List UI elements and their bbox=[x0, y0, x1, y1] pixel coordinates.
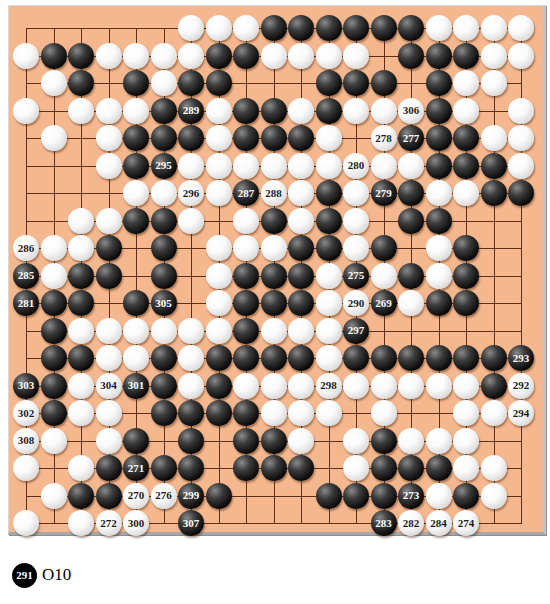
white-stone-r4-c11 bbox=[316, 125, 342, 151]
black-stone-r12-c5 bbox=[151, 345, 177, 371]
white-stone-r10-c7 bbox=[206, 290, 232, 316]
white-stone-r4-c13: 278 bbox=[371, 125, 397, 151]
black-stone-r0-c12 bbox=[343, 15, 369, 41]
white-stone-r1-c0 bbox=[13, 43, 39, 69]
white-stone-r5-c12: 280 bbox=[343, 153, 369, 179]
black-stone-r4-c9 bbox=[261, 125, 287, 151]
white-stone-r14-c13 bbox=[371, 400, 397, 426]
black-stone-r6-c11 bbox=[316, 180, 342, 206]
white-stone-r11-c2 bbox=[68, 318, 94, 344]
white-stone-r16-c0 bbox=[13, 455, 39, 481]
black-stone-r16-c10 bbox=[288, 455, 314, 481]
white-stone-r5-c7 bbox=[206, 153, 232, 179]
white-stone-r14-c11 bbox=[316, 400, 342, 426]
white-stone-r11-c6 bbox=[178, 318, 204, 344]
black-stone-r13-c4: 301 bbox=[123, 373, 149, 399]
black-stone-r17-c3 bbox=[96, 483, 122, 509]
black-stone-r8-c11 bbox=[316, 235, 342, 261]
white-stone-r3-c7 bbox=[206, 98, 232, 124]
move-number-label: 274 bbox=[458, 518, 475, 529]
white-stone-r5-c8 bbox=[233, 153, 259, 179]
move-number-label: 286 bbox=[18, 243, 35, 254]
move-number-label: 276 bbox=[155, 490, 172, 501]
black-stone-r13-c0: 303 bbox=[13, 373, 39, 399]
white-stone-r16-c12 bbox=[343, 455, 369, 481]
black-stone-r6-c18 bbox=[508, 180, 534, 206]
black-stone-r8-c10 bbox=[288, 235, 314, 261]
move-number-label: 281 bbox=[18, 298, 35, 309]
white-stone-r8-c8 bbox=[233, 235, 259, 261]
white-stone-r5-c10 bbox=[288, 153, 314, 179]
white-stone-r6-c4 bbox=[123, 180, 149, 206]
black-stone-r9-c9 bbox=[261, 263, 287, 289]
white-stone-r11-c7 bbox=[206, 318, 232, 344]
move-number-label: 295 bbox=[155, 160, 172, 171]
white-stone-r1-c12 bbox=[343, 43, 369, 69]
white-stone-r5-c9 bbox=[261, 153, 287, 179]
black-stone-r18-c13: 283 bbox=[371, 510, 397, 536]
black-stone-r4-c10 bbox=[288, 125, 314, 151]
black-stone-r10-c9 bbox=[261, 290, 287, 316]
black-stone-r9-c16 bbox=[453, 263, 479, 289]
white-stone-r8-c9 bbox=[261, 235, 287, 261]
white-stone-r0-c16 bbox=[453, 15, 479, 41]
white-stone-r8-c12 bbox=[343, 235, 369, 261]
move-number-label: 305 bbox=[155, 298, 172, 309]
white-stone-r15-c15 bbox=[426, 428, 452, 454]
white-stone-r4-c1 bbox=[41, 125, 67, 151]
white-stone-r8-c15 bbox=[426, 235, 452, 261]
black-stone-r12-c10 bbox=[288, 345, 314, 371]
white-stone-r17-c4: 270 bbox=[123, 483, 149, 509]
black-stone-r2-c6 bbox=[178, 70, 204, 96]
white-stone-r8-c7 bbox=[206, 235, 232, 261]
black-stone-r15-c9 bbox=[261, 428, 287, 454]
black-stone-r17-c13 bbox=[371, 483, 397, 509]
black-stone-r3-c15 bbox=[426, 98, 452, 124]
black-stone-r3-c11 bbox=[316, 98, 342, 124]
white-stone-r5-c3 bbox=[96, 153, 122, 179]
white-stone-r18-c15: 284 bbox=[426, 510, 452, 536]
white-stone-r13-c14 bbox=[398, 373, 424, 399]
white-stone-r0-c15 bbox=[426, 15, 452, 41]
move-number-label: 306 bbox=[403, 105, 420, 116]
white-stone-r2-c17 bbox=[481, 70, 507, 96]
white-stone-r2-c5 bbox=[151, 70, 177, 96]
black-stone-r10-c15 bbox=[426, 290, 452, 316]
move-number-label: 273 bbox=[403, 490, 420, 501]
move-number-label: 288 bbox=[265, 188, 282, 199]
black-stone-r3-c5 bbox=[151, 98, 177, 124]
move-number-label: 284 bbox=[430, 518, 447, 529]
black-stone-r10-c16 bbox=[453, 290, 479, 316]
white-stone-r13-c3: 304 bbox=[96, 373, 122, 399]
black-stone-r12-c17 bbox=[481, 345, 507, 371]
white-stone-r14-c3 bbox=[96, 400, 122, 426]
black-stone-r2-c11 bbox=[316, 70, 342, 96]
black-stone-r16-c13 bbox=[371, 455, 397, 481]
black-stone-r13-c1 bbox=[41, 373, 67, 399]
move-number-label: 304 bbox=[100, 380, 117, 391]
white-stone-r18-c14: 282 bbox=[398, 510, 424, 536]
caption: 291 O10 bbox=[12, 561, 71, 589]
black-stone-r7-c4 bbox=[123, 208, 149, 234]
white-stone-r0-c7 bbox=[206, 15, 232, 41]
white-stone-r13-c12 bbox=[343, 373, 369, 399]
white-stone-r0-c8 bbox=[233, 15, 259, 41]
white-stone-r18-c3: 272 bbox=[96, 510, 122, 536]
white-stone-r9-c1 bbox=[41, 263, 67, 289]
black-stone-r17-c7 bbox=[206, 483, 232, 509]
black-stone-r12-c15 bbox=[426, 345, 452, 371]
white-stone-r5-c14 bbox=[398, 153, 424, 179]
move-number-label: 297 bbox=[348, 325, 365, 336]
white-stone-r5-c18 bbox=[508, 153, 534, 179]
black-stone-r4-c5 bbox=[151, 125, 177, 151]
black-stone-r11-c1 bbox=[41, 318, 67, 344]
black-stone-r16-c8 bbox=[233, 455, 259, 481]
black-stone-r12-c13 bbox=[371, 345, 397, 371]
move-number-label: 282 bbox=[403, 518, 420, 529]
black-stone-r4-c6 bbox=[178, 125, 204, 151]
black-stone-r1-c8 bbox=[233, 43, 259, 69]
white-stone-r12-c6 bbox=[178, 345, 204, 371]
black-stone-r10-c13: 269 bbox=[371, 290, 397, 316]
black-stone-r9-c14 bbox=[398, 263, 424, 289]
black-stone-r9-c3 bbox=[96, 263, 122, 289]
white-stone-r17-c1 bbox=[41, 483, 67, 509]
black-stone-r5-c15 bbox=[426, 153, 452, 179]
white-stone-r14-c0: 302 bbox=[13, 400, 39, 426]
move-number-label: 292 bbox=[513, 380, 530, 391]
white-stone-r17-c5: 276 bbox=[151, 483, 177, 509]
white-stone-r16-c2 bbox=[68, 455, 94, 481]
black-stone-r11-c12: 297 bbox=[343, 318, 369, 344]
black-stone-r12-c16 bbox=[453, 345, 479, 371]
white-stone-r11-c3 bbox=[96, 318, 122, 344]
black-stone-r5-c17 bbox=[481, 153, 507, 179]
black-stone-r7-c11 bbox=[316, 208, 342, 234]
white-stone-r18-c4: 300 bbox=[123, 510, 149, 536]
black-stone-r17-c16 bbox=[453, 483, 479, 509]
white-stone-r8-c1 bbox=[41, 235, 67, 261]
black-stone-r16-c3 bbox=[96, 455, 122, 481]
white-stone-r6-c9: 288 bbox=[261, 180, 287, 206]
go-board: 2893062782772952802962872882792862852752… bbox=[8, 5, 546, 535]
black-stone-r13-c17 bbox=[481, 373, 507, 399]
black-stone-r12-c18: 293 bbox=[508, 345, 534, 371]
white-stone-r5-c11 bbox=[316, 153, 342, 179]
black-stone-r1-c7 bbox=[206, 43, 232, 69]
black-stone-r4-c8 bbox=[233, 125, 259, 151]
black-stone-r14-c6 bbox=[178, 400, 204, 426]
black-stone-r10-c5: 305 bbox=[151, 290, 177, 316]
white-stone-r13-c2 bbox=[68, 373, 94, 399]
move-number-label: 278 bbox=[375, 133, 392, 144]
white-stone-r13-c13 bbox=[371, 373, 397, 399]
move-number-label: 279 bbox=[375, 188, 392, 199]
white-stone-r5-c13 bbox=[371, 153, 397, 179]
black-stone-r9-c5 bbox=[151, 263, 177, 289]
black-stone-r4-c16 bbox=[453, 125, 479, 151]
white-stone-r2-c1 bbox=[41, 70, 67, 96]
caption-coordinate: O10 bbox=[42, 565, 71, 585]
white-stone-r8-c2 bbox=[68, 235, 94, 261]
black-stone-r16-c6 bbox=[178, 455, 204, 481]
caption-move-number: 291 bbox=[16, 569, 33, 581]
black-stone-r9-c8 bbox=[233, 263, 259, 289]
white-stone-r3-c13 bbox=[371, 98, 397, 124]
white-stone-r10-c11 bbox=[316, 290, 342, 316]
black-stone-r8-c5 bbox=[151, 235, 177, 261]
move-number-label: 285 bbox=[18, 270, 35, 281]
move-number-label: 272 bbox=[100, 518, 117, 529]
black-stone-r14-c8 bbox=[233, 400, 259, 426]
white-stone-r16-c16 bbox=[453, 455, 479, 481]
white-stone-r1-c11 bbox=[316, 43, 342, 69]
black-stone-r8-c16 bbox=[453, 235, 479, 261]
black-stone-r9-c2 bbox=[68, 263, 94, 289]
white-stone-r1-c18 bbox=[508, 43, 534, 69]
white-stone-r15-c12 bbox=[343, 428, 369, 454]
black-stone-r15-c13 bbox=[371, 428, 397, 454]
move-number-label: 308 bbox=[18, 435, 35, 446]
black-stone-r3-c6: 289 bbox=[178, 98, 204, 124]
black-stone-r12-c12 bbox=[343, 345, 369, 371]
white-stone-r0-c18 bbox=[508, 15, 534, 41]
move-number-label: 269 bbox=[375, 298, 392, 309]
white-stone-r12-c4 bbox=[123, 345, 149, 371]
black-stone-r2-c7 bbox=[206, 70, 232, 96]
white-stone-r7-c6 bbox=[178, 208, 204, 234]
white-stone-r4-c18 bbox=[508, 125, 534, 151]
black-stone-r11-c8 bbox=[233, 318, 259, 344]
white-stone-r11-c10 bbox=[288, 318, 314, 344]
black-stone-r15-c4 bbox=[123, 428, 149, 454]
move-number-label: 293 bbox=[513, 353, 530, 364]
black-stone-r16-c5 bbox=[151, 455, 177, 481]
white-stone-r10-c14 bbox=[398, 290, 424, 316]
white-stone-r1-c6 bbox=[178, 43, 204, 69]
white-stone-r0-c17 bbox=[481, 15, 507, 41]
black-stone-r12-c14 bbox=[398, 345, 424, 371]
black-stone-r12-c2 bbox=[68, 345, 94, 371]
white-stone-r1-c3 bbox=[96, 43, 122, 69]
white-stone-r7-c3 bbox=[96, 208, 122, 234]
black-stone-r0-c11 bbox=[316, 15, 342, 41]
black-stone-r17-c12 bbox=[343, 483, 369, 509]
black-stone-r1-c2 bbox=[68, 43, 94, 69]
black-stone-r7-c15 bbox=[426, 208, 452, 234]
move-number-label: 298 bbox=[320, 380, 337, 391]
white-stone-r7-c8 bbox=[233, 208, 259, 234]
white-stone-r1-c9 bbox=[261, 43, 287, 69]
black-stone-r14-c7 bbox=[206, 400, 232, 426]
white-stone-r6-c16 bbox=[453, 180, 479, 206]
black-stone-r6-c14 bbox=[398, 180, 424, 206]
white-stone-r13-c10 bbox=[288, 373, 314, 399]
black-stone-r8-c3 bbox=[96, 235, 122, 261]
move-number-label: 300 bbox=[128, 518, 145, 529]
white-stone-r6-c12 bbox=[343, 180, 369, 206]
move-number-label: 290 bbox=[348, 298, 365, 309]
black-stone-r4-c14: 277 bbox=[398, 125, 424, 151]
black-stone-r7-c14 bbox=[398, 208, 424, 234]
black-stone-r0-c9 bbox=[261, 15, 287, 41]
white-stone-r16-c17 bbox=[481, 455, 507, 481]
white-stone-r14-c17 bbox=[481, 400, 507, 426]
black-stone-r2-c15 bbox=[426, 70, 452, 96]
black-stone-r14-c1 bbox=[41, 400, 67, 426]
move-number-label: 275 bbox=[348, 270, 365, 281]
white-stone-r4-c3 bbox=[96, 125, 122, 151]
black-stone-r2-c13 bbox=[371, 70, 397, 96]
black-stone-r10-c2 bbox=[68, 290, 94, 316]
black-stone-r10-c4 bbox=[123, 290, 149, 316]
black-stone-r16-c14 bbox=[398, 455, 424, 481]
black-stone-r5-c16 bbox=[453, 153, 479, 179]
white-stone-r14-c16 bbox=[453, 400, 479, 426]
white-stone-r9-c7 bbox=[206, 263, 232, 289]
move-number-label: 294 bbox=[513, 408, 530, 419]
black-stone-r0-c10 bbox=[288, 15, 314, 41]
white-stone-r18-c0 bbox=[13, 510, 39, 536]
black-stone-r7-c9 bbox=[261, 208, 287, 234]
black-stone-r1-c1 bbox=[41, 43, 67, 69]
white-stone-r6-c5 bbox=[151, 180, 177, 206]
white-stone-r3-c2 bbox=[68, 98, 94, 124]
black-stone-r12-c1 bbox=[41, 345, 67, 371]
black-stone-r6-c17 bbox=[481, 180, 507, 206]
black-stone-r9-c12: 275 bbox=[343, 263, 369, 289]
white-stone-r0-c6 bbox=[178, 15, 204, 41]
move-number-label: 307 bbox=[183, 518, 200, 529]
white-stone-r13-c9 bbox=[261, 373, 287, 399]
white-stone-r9-c11 bbox=[316, 263, 342, 289]
white-stone-r4-c17 bbox=[481, 125, 507, 151]
white-stone-r18-c2 bbox=[68, 510, 94, 536]
black-stone-r5-c5: 295 bbox=[151, 153, 177, 179]
white-stone-r2-c16 bbox=[453, 70, 479, 96]
black-stone-r15-c8 bbox=[233, 428, 259, 454]
white-stone-r3-c12 bbox=[343, 98, 369, 124]
white-stone-r11-c5 bbox=[151, 318, 177, 344]
black-stone-r13-c5 bbox=[151, 373, 177, 399]
move-number-label: 302 bbox=[18, 408, 35, 419]
white-stone-r13-c8 bbox=[233, 373, 259, 399]
black-stone-r10-c8 bbox=[233, 290, 259, 316]
black-stone-r5-c4 bbox=[123, 153, 149, 179]
black-stone-r1-c15 bbox=[426, 43, 452, 69]
black-stone-r7-c5 bbox=[151, 208, 177, 234]
white-stone-r15-c14 bbox=[398, 428, 424, 454]
white-stone-r10-c12: 290 bbox=[343, 290, 369, 316]
black-stone-r16-c15 bbox=[426, 455, 452, 481]
caption-move-stone-icon: 291 bbox=[12, 563, 37, 588]
black-stone-r1-c16 bbox=[453, 43, 479, 69]
move-number-label: 283 bbox=[375, 518, 392, 529]
white-stone-r3-c10 bbox=[288, 98, 314, 124]
white-stone-r3-c16 bbox=[453, 98, 479, 124]
white-stone-r14-c2 bbox=[68, 400, 94, 426]
move-number-label: 299 bbox=[183, 490, 200, 501]
white-stone-r9-c15 bbox=[426, 263, 452, 289]
black-stone-r6-c13: 279 bbox=[371, 180, 397, 206]
white-stone-r15-c10 bbox=[288, 428, 314, 454]
black-stone-r12-c8 bbox=[233, 345, 259, 371]
move-number-label: 296 bbox=[183, 188, 200, 199]
white-stone-r12-c11 bbox=[316, 345, 342, 371]
move-number-label: 301 bbox=[128, 380, 145, 391]
white-stone-r6-c6: 296 bbox=[178, 180, 204, 206]
white-stone-r17-c17 bbox=[481, 483, 507, 509]
white-stone-r6-c7 bbox=[206, 180, 232, 206]
move-number-label: 280 bbox=[348, 160, 365, 171]
white-stone-r18-c16: 274 bbox=[453, 510, 479, 536]
black-stone-r9-c10 bbox=[288, 263, 314, 289]
white-stone-r9-c13 bbox=[371, 263, 397, 289]
white-stone-r3-c18 bbox=[508, 98, 534, 124]
black-stone-r10-c0: 281 bbox=[13, 290, 39, 316]
white-stone-r1-c5 bbox=[151, 43, 177, 69]
black-stone-r2-c12 bbox=[343, 70, 369, 96]
white-stone-r1-c10 bbox=[288, 43, 314, 69]
white-stone-r15-c3 bbox=[96, 428, 122, 454]
white-stone-r11-c11 bbox=[316, 318, 342, 344]
black-stone-r4-c15 bbox=[426, 125, 452, 151]
white-stone-r15-c1 bbox=[41, 428, 67, 454]
white-stone-r11-c4 bbox=[123, 318, 149, 344]
move-number-label: 271 bbox=[128, 463, 145, 474]
white-stone-r13-c15 bbox=[426, 373, 452, 399]
black-stone-r12-c7 bbox=[206, 345, 232, 371]
black-stone-r9-c0: 285 bbox=[13, 263, 39, 289]
white-stone-r7-c2 bbox=[68, 208, 94, 234]
white-stone-r3-c14: 306 bbox=[398, 98, 424, 124]
move-number-label: 287 bbox=[238, 188, 255, 199]
black-stone-r6-c8: 287 bbox=[233, 180, 259, 206]
white-stone-r6-c15 bbox=[426, 180, 452, 206]
white-stone-r6-c10 bbox=[288, 180, 314, 206]
white-stone-r3-c0 bbox=[13, 98, 39, 124]
move-number-label: 289 bbox=[183, 105, 200, 116]
white-stone-r15-c16 bbox=[453, 428, 479, 454]
white-stone-r14-c9 bbox=[261, 400, 287, 426]
white-stone-r12-c3 bbox=[96, 345, 122, 371]
white-stone-r14-c10 bbox=[288, 400, 314, 426]
black-stone-r14-c5 bbox=[151, 400, 177, 426]
black-stone-r17-c14: 273 bbox=[398, 483, 424, 509]
black-stone-r15-c6 bbox=[178, 428, 204, 454]
white-stone-r4-c7 bbox=[206, 125, 232, 151]
black-stone-r10-c10 bbox=[288, 290, 314, 316]
black-stone-r8-c13 bbox=[371, 235, 397, 261]
black-stone-r17-c2 bbox=[68, 483, 94, 509]
white-stone-r11-c9 bbox=[261, 318, 287, 344]
move-number-label: 270 bbox=[128, 490, 145, 501]
black-stone-r2-c2 bbox=[68, 70, 94, 96]
move-number-label: 303 bbox=[18, 380, 35, 391]
white-stone-r13-c18: 292 bbox=[508, 373, 534, 399]
black-stone-r17-c6: 299 bbox=[178, 483, 204, 509]
black-stone-r2-c4 bbox=[123, 70, 149, 96]
white-stone-r3-c3 bbox=[96, 98, 122, 124]
black-stone-r1-c14 bbox=[398, 43, 424, 69]
white-stone-r13-c6 bbox=[178, 373, 204, 399]
black-stone-r18-c6: 307 bbox=[178, 510, 204, 536]
black-stone-r0-c13 bbox=[371, 15, 397, 41]
white-stone-r17-c15 bbox=[426, 483, 452, 509]
